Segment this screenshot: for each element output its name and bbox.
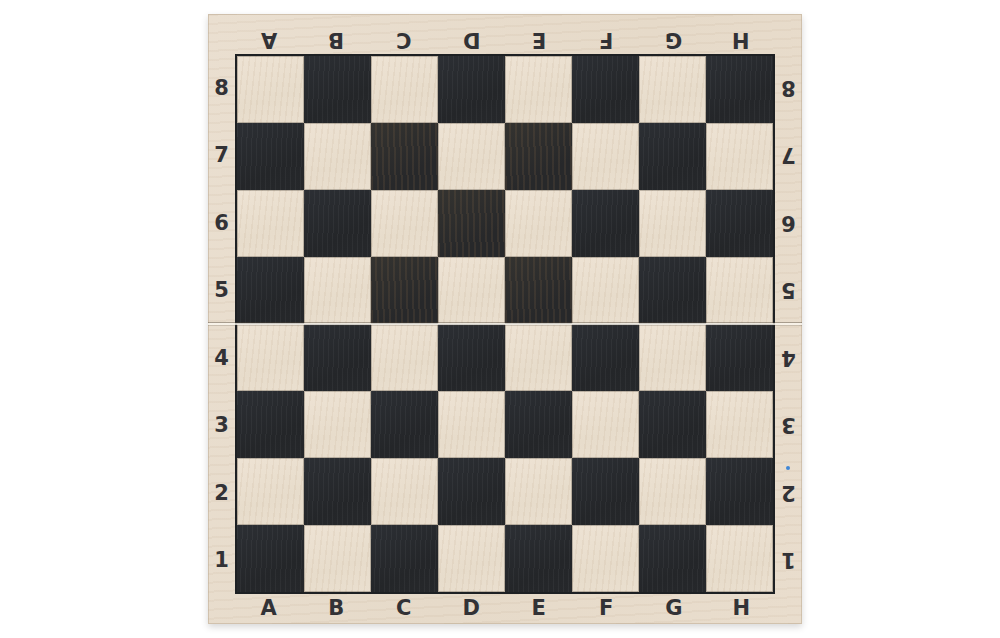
square-b7[interactable]	[304, 123, 371, 190]
coord-label-left-7: 7	[208, 122, 235, 190]
coord-label-top-f: F	[573, 14, 641, 54]
coord-label-bottom-g: G	[640, 594, 708, 624]
coord-glyph: A	[261, 28, 277, 52]
coord-glyph: 6	[781, 211, 796, 235]
rank-labels-right: 87654321	[775, 54, 802, 594]
photo-background: ABCDEFGH 87654321 87654321 ABCDEFGH	[0, 0, 1000, 638]
square-a1[interactable]	[237, 525, 304, 592]
coord-label-left-4: 4	[208, 324, 235, 392]
coord-glyph: B	[328, 28, 344, 52]
square-e8[interactable]	[505, 56, 572, 123]
coord-glyph: 6	[214, 211, 229, 235]
file-labels-top: ABCDEFGH	[235, 14, 775, 54]
coord-label-left-5: 5	[208, 257, 235, 325]
coord-glyph: E	[532, 596, 546, 620]
rank-labels-left: 87654321	[208, 54, 235, 594]
coord-label-top-c: C	[370, 14, 438, 54]
square-h6[interactable]	[706, 190, 773, 257]
coord-label-right-4: 4	[775, 324, 802, 392]
square-h2[interactable]	[706, 458, 773, 525]
square-d8[interactable]	[438, 56, 505, 123]
coord-glyph: 8	[214, 76, 229, 100]
coord-glyph: B	[328, 596, 344, 620]
coord-glyph: 3	[214, 413, 229, 437]
coord-glyph: H	[732, 596, 750, 620]
coord-label-right-8: 8	[775, 54, 802, 122]
coord-label-top-e: E	[505, 14, 573, 54]
coord-label-top-h: H	[708, 14, 776, 54]
coord-label-left-6: 6	[208, 189, 235, 257]
coord-glyph: 8	[781, 76, 796, 100]
square-b6[interactable]	[304, 190, 371, 257]
coord-label-bottom-e: E	[505, 594, 573, 624]
square-g2[interactable]	[639, 458, 706, 525]
square-b5[interactable]	[304, 257, 371, 324]
square-c5[interactable]	[371, 257, 438, 324]
coord-label-left-3: 3	[208, 392, 235, 460]
square-a3[interactable]	[237, 391, 304, 458]
coord-label-bottom-c: C	[370, 594, 438, 624]
coord-label-bottom-h: H	[708, 594, 776, 624]
square-a6[interactable]	[237, 190, 304, 257]
coord-label-top-d: D	[438, 14, 506, 54]
coord-glyph: G	[665, 28, 682, 52]
coord-glyph: 4	[781, 346, 796, 370]
square-e2[interactable]	[505, 458, 572, 525]
square-f3[interactable]	[572, 391, 639, 458]
square-e7[interactable]	[505, 123, 572, 190]
square-b4[interactable]	[304, 324, 371, 391]
coord-label-bottom-f: F	[573, 594, 641, 624]
square-h4[interactable]	[706, 324, 773, 391]
square-b2[interactable]	[304, 458, 371, 525]
coord-label-left-1: 1	[208, 527, 235, 595]
square-g1[interactable]	[639, 525, 706, 592]
coord-glyph: H	[732, 28, 750, 52]
square-h1[interactable]	[706, 525, 773, 592]
square-d7[interactable]	[438, 123, 505, 190]
square-c8[interactable]	[371, 56, 438, 123]
square-c1[interactable]	[371, 525, 438, 592]
square-d3[interactable]	[438, 391, 505, 458]
coord-glyph: 2	[781, 481, 796, 505]
square-c3[interactable]	[371, 391, 438, 458]
square-g6[interactable]	[639, 190, 706, 257]
coord-glyph: D	[463, 596, 480, 620]
square-h8[interactable]	[706, 56, 773, 123]
coord-glyph: G	[665, 596, 682, 620]
coord-glyph: 5	[214, 278, 229, 302]
coord-glyph: 5	[781, 278, 796, 302]
coord-glyph: A	[261, 596, 277, 620]
square-a8[interactable]	[237, 56, 304, 123]
square-a7[interactable]	[237, 123, 304, 190]
square-g4[interactable]	[639, 324, 706, 391]
square-h3[interactable]	[706, 391, 773, 458]
coord-glyph: F	[599, 28, 613, 52]
coord-glyph: 7	[781, 143, 796, 167]
coord-label-bottom-b: B	[303, 594, 371, 624]
square-f1[interactable]	[572, 525, 639, 592]
square-f7[interactable]	[572, 123, 639, 190]
coord-glyph: 4	[214, 346, 229, 370]
square-d4[interactable]	[438, 324, 505, 391]
square-a2[interactable]	[237, 458, 304, 525]
coord-glyph: C	[396, 596, 411, 620]
square-h7[interactable]	[706, 123, 773, 190]
square-e4[interactable]	[505, 324, 572, 391]
coord-label-left-2: 2	[208, 459, 235, 527]
square-e5[interactable]	[505, 257, 572, 324]
square-g5[interactable]	[639, 257, 706, 324]
coord-glyph: 1	[781, 548, 796, 572]
square-g8[interactable]	[639, 56, 706, 123]
square-e6[interactable]	[505, 190, 572, 257]
chessboard: ABCDEFGH 87654321 87654321 ABCDEFGH	[208, 14, 802, 624]
square-d5[interactable]	[438, 257, 505, 324]
coord-label-right-3: 3	[775, 392, 802, 460]
coord-glyph: E	[532, 28, 546, 52]
coord-glyph: C	[396, 28, 411, 52]
coord-glyph: 3	[781, 413, 796, 437]
square-a5[interactable]	[237, 257, 304, 324]
square-c6[interactable]	[371, 190, 438, 257]
coord-label-right-1: 1	[775, 527, 802, 595]
square-d2[interactable]	[438, 458, 505, 525]
square-d1[interactable]	[438, 525, 505, 592]
square-c7[interactable]	[371, 123, 438, 190]
coord-glyph: 7	[214, 143, 229, 167]
coord-label-right-7: 7	[775, 122, 802, 190]
coord-glyph: 1	[214, 548, 229, 572]
square-d6[interactable]	[438, 190, 505, 257]
coord-label-top-a: A	[235, 14, 303, 54]
square-e3[interactable]	[505, 391, 572, 458]
blue-mark	[786, 466, 790, 470]
coord-glyph: D	[463, 28, 480, 52]
coord-label-left-8: 8	[208, 54, 235, 122]
square-f5[interactable]	[572, 257, 639, 324]
square-e1[interactable]	[505, 525, 572, 592]
coord-glyph: 2	[214, 481, 229, 505]
coord-label-top-g: G	[640, 14, 708, 54]
square-b3[interactable]	[304, 391, 371, 458]
coord-label-right-5: 5	[775, 257, 802, 325]
square-b8[interactable]	[304, 56, 371, 123]
square-g7[interactable]	[639, 123, 706, 190]
square-c4[interactable]	[371, 324, 438, 391]
file-labels-bottom: ABCDEFGH	[235, 594, 775, 624]
square-b1[interactable]	[304, 525, 371, 592]
square-f6[interactable]	[572, 190, 639, 257]
coord-label-bottom-d: D	[438, 594, 506, 624]
playing-area	[235, 54, 775, 594]
coord-glyph: F	[599, 596, 613, 620]
square-h5[interactable]	[706, 257, 773, 324]
coord-label-bottom-a: A	[235, 594, 303, 624]
square-f4[interactable]	[572, 324, 639, 391]
square-f2[interactable]	[572, 458, 639, 525]
square-c2[interactable]	[371, 458, 438, 525]
coord-label-top-b: B	[303, 14, 371, 54]
coord-label-right-6: 6	[775, 189, 802, 257]
square-a4[interactable]	[237, 324, 304, 391]
square-f8[interactable]	[572, 56, 639, 123]
square-g3[interactable]	[639, 391, 706, 458]
